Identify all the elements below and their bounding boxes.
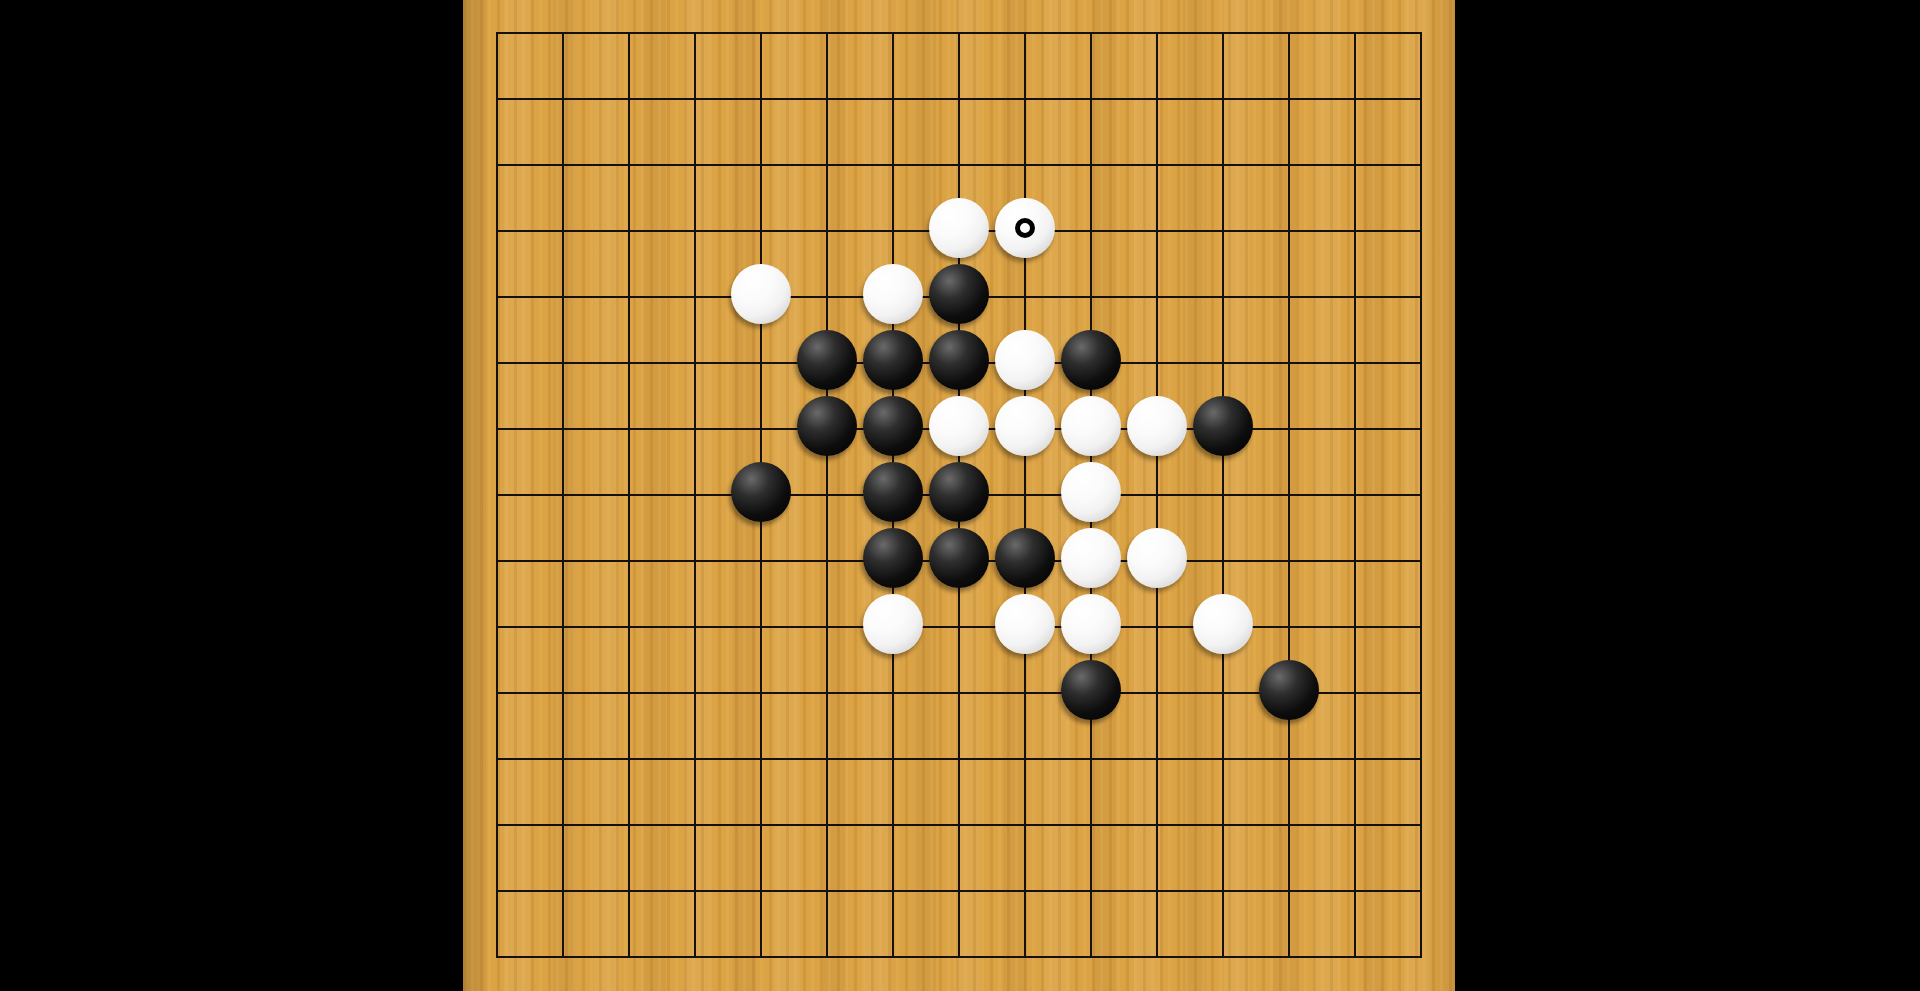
stone-white <box>929 396 989 456</box>
stone-white <box>863 264 923 324</box>
last-move-marker-icon <box>1015 218 1035 238</box>
stone-white <box>863 594 923 654</box>
stone-black <box>731 462 791 522</box>
stone-black <box>1061 660 1121 720</box>
stone-black <box>797 396 857 456</box>
stone-white <box>1193 594 1253 654</box>
stone-white <box>929 198 989 258</box>
stone-white <box>1061 528 1121 588</box>
stone-black <box>863 330 923 390</box>
stone-white <box>995 330 1055 390</box>
stone-black <box>863 528 923 588</box>
stone-black <box>929 330 989 390</box>
stone-black <box>929 528 989 588</box>
stone-black <box>797 330 857 390</box>
stone-white <box>731 264 791 324</box>
stone-white <box>1061 396 1121 456</box>
stone-black <box>929 462 989 522</box>
stone-white <box>1127 396 1187 456</box>
stone-black <box>863 462 923 522</box>
stone-black <box>863 396 923 456</box>
stone-black <box>1193 396 1253 456</box>
stone-white <box>995 396 1055 456</box>
stone-white <box>1061 462 1121 522</box>
gomoku-board <box>463 0 1455 991</box>
stone-black <box>1061 330 1121 390</box>
stones-layer <box>463 0 1455 991</box>
stone-white <box>995 198 1055 258</box>
stone-white <box>1061 594 1121 654</box>
stone-black <box>929 264 989 324</box>
page-background: { "game": "Gomoku (Five in a Row) on a 1… <box>0 0 1920 991</box>
stone-white <box>1127 528 1187 588</box>
stone-black <box>1259 660 1319 720</box>
stone-white <box>995 594 1055 654</box>
stone-black <box>995 528 1055 588</box>
